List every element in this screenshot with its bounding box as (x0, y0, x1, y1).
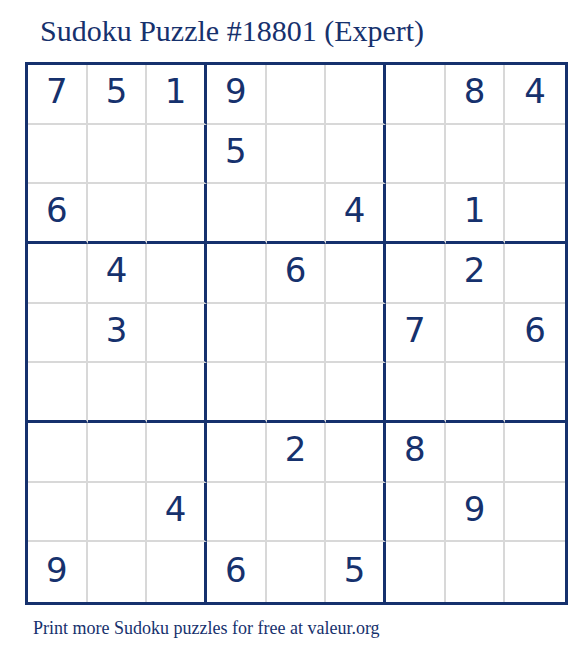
sudoku-cell-r9c4: 6 (207, 542, 267, 602)
sudoku-cell-r6c1 (28, 363, 88, 423)
sudoku-cell-r8c4 (207, 483, 267, 543)
page-title: Sudoku Puzzle #18801 (Expert) (40, 14, 424, 48)
sudoku-cell-r1c8: 8 (446, 65, 506, 125)
sudoku-cell-r9c1: 9 (28, 542, 88, 602)
sudoku-cell-r8c6 (326, 483, 386, 543)
sudoku-cell-r3c5 (267, 184, 327, 244)
sudoku-cell-r5c4 (207, 304, 267, 364)
sudoku-cell-r9c9 (505, 542, 565, 602)
sudoku-cell-r2c2 (88, 125, 148, 185)
sudoku-cell-r7c3 (147, 423, 207, 483)
sudoku-cell-r1c4: 9 (207, 65, 267, 125)
sudoku-cell-r6c6 (326, 363, 386, 423)
sudoku-cell-r4c6 (326, 244, 386, 304)
sudoku-cell-r8c8: 9 (446, 483, 506, 543)
sudoku-cell-r9c6: 5 (326, 542, 386, 602)
sudoku-cell-r3c4 (207, 184, 267, 244)
sudoku-cell-r8c1 (28, 483, 88, 543)
sudoku-cell-r2c8 (446, 125, 506, 185)
sudoku-cell-r3c7 (386, 184, 446, 244)
sudoku-cell-r3c3 (147, 184, 207, 244)
sudoku-cell-r6c3 (147, 363, 207, 423)
sudoku-cell-r6c4 (207, 363, 267, 423)
sudoku-cell-r8c7 (386, 483, 446, 543)
sudoku-cell-r2c9 (505, 125, 565, 185)
sudoku-board: 75198456414623762849965 (25, 62, 568, 605)
sudoku-cell-r8c2 (88, 483, 148, 543)
sudoku-cell-r1c1: 7 (28, 65, 88, 125)
sudoku-cell-r7c1 (28, 423, 88, 483)
sudoku-cell-r7c4 (207, 423, 267, 483)
sudoku-cell-r9c3 (147, 542, 207, 602)
sudoku-cell-r5c8 (446, 304, 506, 364)
sudoku-cell-r4c4 (207, 244, 267, 304)
sudoku-cell-r4c8: 2 (446, 244, 506, 304)
sudoku-cell-r3c6: 4 (326, 184, 386, 244)
sudoku-cell-r1c2: 5 (88, 65, 148, 125)
sudoku-cell-r6c9 (505, 363, 565, 423)
sudoku-cell-r1c3: 1 (147, 65, 207, 125)
sudoku-cell-r5c3 (147, 304, 207, 364)
footer-text: Print more Sudoku puzzles for free at va… (33, 618, 380, 639)
sudoku-cell-r2c6 (326, 125, 386, 185)
sudoku-cell-r3c9 (505, 184, 565, 244)
sudoku-cell-r8c9 (505, 483, 565, 543)
sudoku-cell-r3c8: 1 (446, 184, 506, 244)
sudoku-cell-r4c9 (505, 244, 565, 304)
sudoku-cell-r5c7: 7 (386, 304, 446, 364)
sudoku-cell-r9c5 (267, 542, 327, 602)
sudoku-cell-r4c2: 4 (88, 244, 148, 304)
sudoku-cell-r3c2 (88, 184, 148, 244)
sudoku-cell-r5c6 (326, 304, 386, 364)
sudoku-cell-r7c7: 8 (386, 423, 446, 483)
sudoku-cell-r5c1 (28, 304, 88, 364)
sudoku-cell-r8c5 (267, 483, 327, 543)
sudoku-cell-r7c2 (88, 423, 148, 483)
sudoku-cell-r6c7 (386, 363, 446, 423)
sudoku-cell-r5c2: 3 (88, 304, 148, 364)
sudoku-cell-r6c5 (267, 363, 327, 423)
sudoku-cell-r2c7 (386, 125, 446, 185)
sudoku-cell-r9c8 (446, 542, 506, 602)
sudoku-cell-r7c6 (326, 423, 386, 483)
sudoku-cell-r4c5: 6 (267, 244, 327, 304)
sudoku-cell-r2c5 (267, 125, 327, 185)
sudoku-cell-r6c2 (88, 363, 148, 423)
sudoku-cell-r7c9 (505, 423, 565, 483)
sudoku-cell-r7c8 (446, 423, 506, 483)
sudoku-cell-r3c1: 6 (28, 184, 88, 244)
sudoku-cell-r6c8 (446, 363, 506, 423)
sudoku-cell-r1c9: 4 (505, 65, 565, 125)
sudoku-cell-r1c6 (326, 65, 386, 125)
sudoku-cell-r7c5: 2 (267, 423, 327, 483)
sudoku-cell-r5c5 (267, 304, 327, 364)
sudoku-cell-r1c5 (267, 65, 327, 125)
sudoku-cell-r9c7 (386, 542, 446, 602)
sudoku-cell-r8c3: 4 (147, 483, 207, 543)
sudoku-cell-r1c7 (386, 65, 446, 125)
sudoku-cell-r2c4: 5 (207, 125, 267, 185)
sudoku-cell-r2c1 (28, 125, 88, 185)
sudoku-page: Sudoku Puzzle #18801 (Expert) 7519845641… (0, 0, 580, 651)
sudoku-cell-r2c3 (147, 125, 207, 185)
sudoku-cell-r4c3 (147, 244, 207, 304)
sudoku-cell-r4c1 (28, 244, 88, 304)
sudoku-cell-r4c7 (386, 244, 446, 304)
sudoku-cell-r5c9: 6 (505, 304, 565, 364)
sudoku-cell-r9c2 (88, 542, 148, 602)
